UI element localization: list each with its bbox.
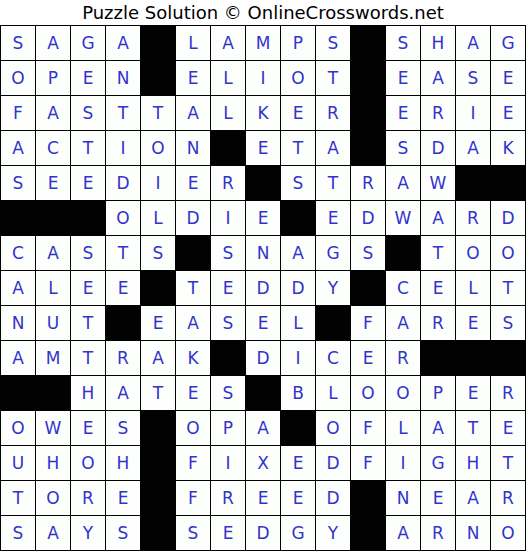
cell-r2c2: P [36,61,70,95]
cell-r15c13: R [421,516,455,550]
cell-r3c6: A [176,96,210,130]
cell-r11c14: E [456,376,490,410]
cell-r1c3: G [71,26,105,60]
cell-r5c11: R [351,166,385,200]
cell-r15c15: O [491,516,525,550]
cell-r2c3: E [71,61,105,95]
cell-r8c2: L [36,271,70,305]
cell-r13c13: G [421,446,455,480]
cell-r3c2: A [36,96,70,130]
cell-r10c1: A [1,341,35,375]
cell-r15c1: S [1,516,35,550]
cell-r9c9: L [281,306,315,340]
cell-r14c1: T [1,481,35,515]
cell-r1c7: A [211,26,245,60]
cell-r6c11: D [351,201,385,235]
cell-r10c9: I [281,341,315,375]
cell-r3c5: T [141,96,175,130]
cell-r3c9: E [281,96,315,130]
cell-r11c3: H [71,376,105,410]
cell-r13c3: O [71,446,105,480]
cell-r14c13: E [421,481,455,515]
cell-r12c15: E [491,411,525,445]
cell-r9c13: R [421,306,455,340]
cell-r2c13: A [421,61,455,95]
cell-r12c6: O [176,411,210,445]
cell-r14c10: D [316,481,350,515]
block-r1c5 [141,26,175,60]
cell-r8c3: E [71,271,105,305]
cell-r15c14: N [456,516,490,550]
cell-r13c14: H [456,446,490,480]
block-r14c11 [351,481,385,515]
cell-r15c4: S [106,516,140,550]
cell-r9c6: A [176,306,210,340]
cell-r4c12: S [386,131,420,165]
cell-r4c13: D [421,131,455,165]
cell-r3c14: I [456,96,490,130]
puzzle-title: Puzzle Solution © OnlineCrosswords.net [0,0,526,25]
block-r11c1 [1,376,35,410]
cell-r7c11: S [351,236,385,270]
cell-r10c8: D [246,341,280,375]
cell-r13c6: F [176,446,210,480]
cell-r10c4: R [106,341,140,375]
cell-r2c6: E [176,61,210,95]
cell-r10c3: T [71,341,105,375]
cell-r2c10: T [316,61,350,95]
crossword-grid: SAGALAMPSSHAGOPENELIOTEASEFASTTALKERERIE… [0,25,526,551]
cell-r15c7: E [211,516,245,550]
cell-r1c15: G [491,26,525,60]
cell-r2c12: E [386,61,420,95]
cell-r4c6: N [176,131,210,165]
cell-r7c4: T [106,236,140,270]
cell-r13c12: I [386,446,420,480]
cell-r8c10: Y [316,271,350,305]
cell-r6c13: A [421,201,455,235]
cell-r11c12: O [386,376,420,410]
cell-r4c3: T [71,131,105,165]
cell-r2c4: N [106,61,140,95]
cell-r9c11: F [351,306,385,340]
cell-r5c13: W [421,166,455,200]
cell-r1c4: A [106,26,140,60]
cell-r14c2: O [36,481,70,515]
cell-r14c9: E [281,481,315,515]
cell-r9c2: U [36,306,70,340]
cell-r11c15: R [491,376,525,410]
cell-r3c1: F [1,96,35,130]
cell-r3c15: E [491,96,525,130]
block-r4c11 [351,131,385,165]
cell-r6c10: E [316,201,350,235]
cell-r13c8: X [246,446,280,480]
cell-r8c7: E [211,271,245,305]
cell-r4c5: O [141,131,175,165]
cell-r2c7: L [211,61,245,95]
cell-r14c14: A [456,481,490,515]
block-r5c8 [246,166,280,200]
cell-r7c15: O [491,236,525,270]
cell-r5c7: R [211,166,245,200]
cell-r6c5: L [141,201,175,235]
block-r10c14 [456,341,490,375]
block-r10c7 [211,341,245,375]
cell-r13c4: H [106,446,140,480]
cell-r12c14: T [456,411,490,445]
cell-r7c9: A [281,236,315,270]
cell-r10c5: A [141,341,175,375]
block-r11c2 [36,376,70,410]
cell-r14c7: R [211,481,245,515]
cell-r11c5: T [141,376,175,410]
cell-r7c1: C [1,236,35,270]
cell-r1c1: S [1,26,35,60]
cell-r5c12: A [386,166,420,200]
block-r1c11 [351,26,385,60]
cell-r9c8: E [246,306,280,340]
cell-r1c14: A [456,26,490,60]
cell-r9c14: E [456,306,490,340]
block-r5c15 [491,166,525,200]
block-r15c11 [351,516,385,550]
cell-r12c11: F [351,411,385,445]
cell-r8c12: C [386,271,420,305]
cell-r6c14: R [456,201,490,235]
cell-r6c8: E [246,201,280,235]
cell-r4c4: I [106,131,140,165]
cell-r11c10: L [316,376,350,410]
cell-r6c6: D [176,201,210,235]
cell-r7c13: T [421,236,455,270]
cell-r8c13: E [421,271,455,305]
cell-r15c12: A [386,516,420,550]
cell-r5c3: E [71,166,105,200]
cell-r3c3: S [71,96,105,130]
cell-r7c7: S [211,236,245,270]
cell-r13c9: E [281,446,315,480]
cell-r11c6: E [176,376,210,410]
cell-r12c10: O [316,411,350,445]
block-r6c3 [71,201,105,235]
cell-r7c10: G [316,236,350,270]
block-r7c6 [176,236,210,270]
cell-r1c9: P [281,26,315,60]
cell-r13c7: I [211,446,245,480]
cell-r1c6: L [176,26,210,60]
cell-r8c8: D [246,271,280,305]
cell-r4c14: A [456,131,490,165]
cell-r1c2: A [36,26,70,60]
cell-r6c4: O [106,201,140,235]
cell-r9c15: S [491,306,525,340]
block-r7c12 [386,236,420,270]
cell-r6c12: W [386,201,420,235]
cell-r5c9: S [281,166,315,200]
cell-r9c12: A [386,306,420,340]
cell-r14c6: F [176,481,210,515]
block-r2c11 [351,61,385,95]
cell-r4c9: T [281,131,315,165]
cell-r15c10: Y [316,516,350,550]
cell-r9c3: T [71,306,105,340]
cell-r12c3: E [71,411,105,445]
cell-r12c2: W [36,411,70,445]
cell-r13c1: U [1,446,35,480]
cell-r11c7: S [211,376,245,410]
cell-r12c8: A [246,411,280,445]
block-r6c1 [1,201,35,235]
cell-r10c2: M [36,341,70,375]
cell-r2c9: O [281,61,315,95]
cell-r7c3: S [71,236,105,270]
cell-r8c14: L [456,271,490,305]
cell-r14c3: R [71,481,105,515]
cell-r8c1: A [1,271,35,305]
block-r12c9 [281,411,315,445]
cell-r4c8: E [246,131,280,165]
cell-r15c8: D [246,516,280,550]
cell-r15c2: A [36,516,70,550]
cell-r3c13: R [421,96,455,130]
cell-r2c8: I [246,61,280,95]
block-r9c4 [106,306,140,340]
cell-r8c6: T [176,271,210,305]
block-r9c10 [316,306,350,340]
cell-r3c8: K [246,96,280,130]
cell-r12c13: A [421,411,455,445]
cell-r1c10: S [316,26,350,60]
puzzle-page: Puzzle Solution © OnlineCrosswords.net S… [0,0,526,551]
cell-r9c7: S [211,306,245,340]
block-r8c11 [351,271,385,305]
cell-r4c2: C [36,131,70,165]
cell-r2c15: E [491,61,525,95]
cell-r11c9: B [281,376,315,410]
cell-r1c8: M [246,26,280,60]
cell-r9c5: E [141,306,175,340]
cell-r3c12: E [386,96,420,130]
block-r5c14 [456,166,490,200]
cell-r9c1: N [1,306,35,340]
cell-r3c7: L [211,96,245,130]
block-r4c7 [211,131,245,165]
cell-r12c4: S [106,411,140,445]
cell-r11c4: A [106,376,140,410]
cell-r12c7: P [211,411,245,445]
cell-r4c10: A [316,131,350,165]
block-r10c15 [491,341,525,375]
cell-r13c11: F [351,446,385,480]
cell-r15c9: G [281,516,315,550]
cell-r15c6: S [176,516,210,550]
cell-r14c4: E [106,481,140,515]
cell-r14c15: R [491,481,525,515]
block-r12c5 [141,411,175,445]
block-r15c5 [141,516,175,550]
cell-r10c12: R [386,341,420,375]
block-r2c5 [141,61,175,95]
cell-r5c6: E [176,166,210,200]
block-r14c5 [141,481,175,515]
cell-r2c14: S [456,61,490,95]
cell-r5c2: E [36,166,70,200]
cell-r1c12: S [386,26,420,60]
cell-r14c12: N [386,481,420,515]
cell-r3c10: R [316,96,350,130]
cell-r5c1: S [1,166,35,200]
cell-r7c2: A [36,236,70,270]
cell-r11c13: P [421,376,455,410]
block-r6c2 [36,201,70,235]
cell-r13c10: D [316,446,350,480]
cell-r14c8: E [246,481,280,515]
cell-r4c15: K [491,131,525,165]
block-r8c5 [141,271,175,305]
cell-r10c11: E [351,341,385,375]
cell-r8c9: D [281,271,315,305]
block-r6c9 [281,201,315,235]
block-r11c8 [246,376,280,410]
cell-r7c5: S [141,236,175,270]
cell-r13c2: H [36,446,70,480]
cell-r4c1: A [1,131,35,165]
cell-r5c5: I [141,166,175,200]
cell-r7c14: O [456,236,490,270]
cell-r3c4: T [106,96,140,130]
cell-r8c4: E [106,271,140,305]
cell-r2c1: O [1,61,35,95]
cell-r12c1: O [1,411,35,445]
cell-r8c15: T [491,271,525,305]
block-r10c13 [421,341,455,375]
cell-r1c13: H [421,26,455,60]
cell-r6c15: D [491,201,525,235]
block-r13c5 [141,446,175,480]
cell-r10c6: K [176,341,210,375]
cell-r10c10: C [316,341,350,375]
cell-r12c12: L [386,411,420,445]
cell-r7c8: N [246,236,280,270]
cell-r6c7: I [211,201,245,235]
cell-r5c4: D [106,166,140,200]
block-r3c11 [351,96,385,130]
cell-r5c10: T [316,166,350,200]
cell-r13c15: T [491,446,525,480]
cell-r15c3: Y [71,516,105,550]
cell-r11c11: O [351,376,385,410]
